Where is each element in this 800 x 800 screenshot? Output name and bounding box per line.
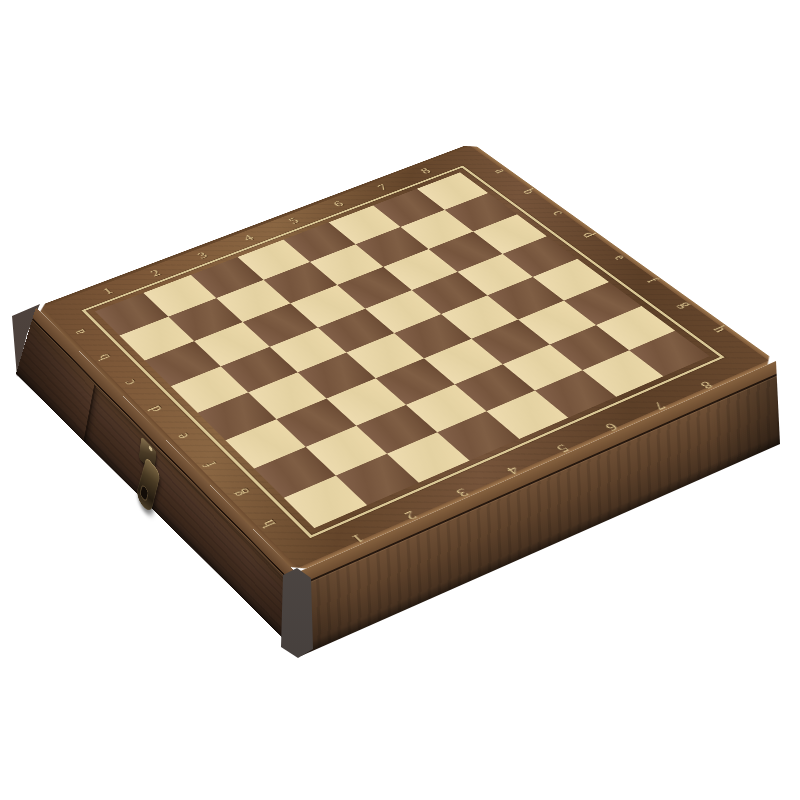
latch-slot [140,485,148,501]
latch-arm [135,457,160,515]
product-photo: 12345678abcdefgh12345678abcdefgh [0,0,800,800]
